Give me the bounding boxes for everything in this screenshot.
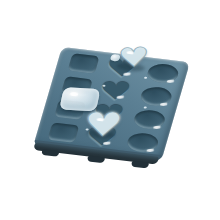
ice-heart-bottom: ♥ bbox=[79, 107, 128, 142]
cavity-r4c1-square bbox=[43, 119, 84, 146]
tray-foot bbox=[131, 161, 150, 169]
ice-cube-tray: ♥♥♥♥ ♥♥ bbox=[33, 47, 190, 161]
cavity-r4c3-oval bbox=[123, 129, 164, 156]
product-photo-stage: ♥♥♥♥ ♥♥ bbox=[0, 0, 220, 220]
tray-foot bbox=[87, 155, 106, 163]
tray-foot bbox=[41, 149, 60, 157]
